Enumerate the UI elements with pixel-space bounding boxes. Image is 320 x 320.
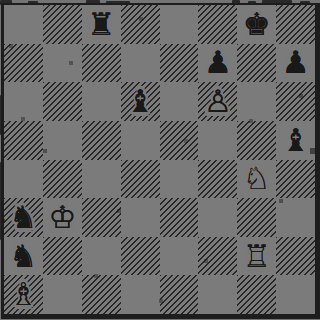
square-e7[interactable] xyxy=(160,44,199,83)
square-g3[interactable] xyxy=(237,198,276,237)
square-a7[interactable] xyxy=(4,44,43,83)
square-e6[interactable] xyxy=(160,82,199,121)
square-c8[interactable]: ♜♜ xyxy=(82,5,121,44)
square-h5[interactable]: ♝♝ xyxy=(276,121,315,160)
square-h1[interactable] xyxy=(276,275,315,314)
piece-halo: ♟ xyxy=(272,39,319,86)
square-b5[interactable] xyxy=(43,121,82,160)
scan-artifact xyxy=(0,162,3,240)
square-g7[interactable] xyxy=(237,44,276,83)
square-d5[interactable] xyxy=(121,121,160,160)
scan-artifact xyxy=(300,1,310,4)
square-d8[interactable] xyxy=(121,5,160,44)
square-d7[interactable] xyxy=(121,44,160,83)
square-g6[interactable] xyxy=(237,82,276,121)
white-king-icon: ♔ xyxy=(43,198,82,237)
square-c3[interactable] xyxy=(82,198,121,237)
square-e8[interactable] xyxy=(160,5,199,44)
square-b1[interactable] xyxy=(43,275,82,314)
black-knight-icon: ♞ xyxy=(4,237,43,276)
square-h4[interactable] xyxy=(276,160,315,199)
square-f5[interactable] xyxy=(198,121,237,160)
square-d6[interactable]: ♝♝ xyxy=(121,82,160,121)
chess-board: ♜♜♚♚♟♟♟♟♝♝♟♙♝♝♞♘♞♞♚♔♞♞♜♖♝♗ xyxy=(1,3,320,319)
scan-artifact xyxy=(106,1,130,4)
square-g5[interactable] xyxy=(237,121,276,160)
piece-halo: ♞ xyxy=(0,194,47,241)
square-g8[interactable]: ♚♚ xyxy=(237,5,276,44)
square-b6[interactable] xyxy=(43,82,82,121)
piece-halo: ♟ xyxy=(194,78,241,125)
black-rook-icon: ♜ xyxy=(82,5,121,44)
square-g2[interactable]: ♜♖ xyxy=(237,237,276,276)
scan-artifact xyxy=(28,1,38,4)
piece-halo: ♝ xyxy=(116,78,163,125)
piece-halo: ♜ xyxy=(233,233,280,280)
scan-artifact xyxy=(0,95,3,135)
square-a6[interactable] xyxy=(4,82,43,121)
scan-artifact xyxy=(232,0,240,4)
square-h2[interactable] xyxy=(276,237,315,276)
piece-halo: ♚ xyxy=(39,194,86,241)
square-e1[interactable] xyxy=(160,275,199,314)
square-b7[interactable] xyxy=(43,44,82,83)
square-c2[interactable] xyxy=(82,237,121,276)
piece-halo: ♝ xyxy=(0,271,47,318)
piece-halo: ♞ xyxy=(233,155,280,202)
scan-noise xyxy=(0,0,2,2)
square-c5[interactable] xyxy=(82,121,121,160)
square-b4[interactable] xyxy=(43,160,82,199)
black-bishop-icon: ♝ xyxy=(121,82,160,121)
square-a5[interactable] xyxy=(4,121,43,160)
piece-halo: ♝ xyxy=(272,117,319,164)
square-a1[interactable]: ♝♗ xyxy=(4,275,43,314)
square-c1[interactable] xyxy=(82,275,121,314)
piece-halo: ♜ xyxy=(77,1,124,48)
square-f1[interactable] xyxy=(198,275,237,314)
white-knight-icon: ♘ xyxy=(237,160,276,199)
square-f2[interactable] xyxy=(198,237,237,276)
scan-artifact xyxy=(248,1,256,4)
square-d1[interactable] xyxy=(121,275,160,314)
square-h3[interactable] xyxy=(276,198,315,237)
square-d2[interactable] xyxy=(121,237,160,276)
white-rook-icon: ♖ xyxy=(237,237,276,276)
square-a4[interactable] xyxy=(4,160,43,199)
black-pawn-icon: ♟ xyxy=(276,44,315,83)
piece-halo: ♞ xyxy=(0,233,47,280)
piece-halo: ♟ xyxy=(194,39,241,86)
square-a8[interactable] xyxy=(4,5,43,44)
square-c7[interactable] xyxy=(82,44,121,83)
square-f7[interactable]: ♟♟ xyxy=(198,44,237,83)
white-pawn-icon: ♙ xyxy=(198,82,237,121)
black-pawn-icon: ♟ xyxy=(198,44,237,83)
square-g1[interactable] xyxy=(237,275,276,314)
scanned-page-background: ♜♜♚♚♟♟♟♟♝♝♟♙♝♝♞♘♞♞♚♔♞♞♜♖♝♗ xyxy=(0,0,320,320)
square-d3[interactable] xyxy=(121,198,160,237)
square-e2[interactable] xyxy=(160,237,199,276)
square-g4[interactable]: ♞♘ xyxy=(237,160,276,199)
scan-artifact xyxy=(86,0,100,4)
square-f3[interactable] xyxy=(198,198,237,237)
square-e5[interactable] xyxy=(160,121,199,160)
black-knight-icon: ♞ xyxy=(4,198,43,237)
square-b8[interactable] xyxy=(43,5,82,44)
square-f8[interactable] xyxy=(198,5,237,44)
square-e3[interactable] xyxy=(160,198,199,237)
square-a2[interactable]: ♞♞ xyxy=(4,237,43,276)
black-king-icon: ♚ xyxy=(237,5,276,44)
square-c4[interactable] xyxy=(82,160,121,199)
square-f4[interactable] xyxy=(198,160,237,199)
square-h8[interactable] xyxy=(276,5,315,44)
scan-artifact xyxy=(262,0,292,4)
square-b3[interactable]: ♚♔ xyxy=(43,198,82,237)
square-b2[interactable] xyxy=(43,237,82,276)
piece-halo: ♚ xyxy=(233,1,280,48)
square-a3[interactable]: ♞♞ xyxy=(4,198,43,237)
white-bishop-icon: ♗ xyxy=(4,275,43,314)
square-f6[interactable]: ♟♙ xyxy=(198,82,237,121)
square-h7[interactable]: ♟♟ xyxy=(276,44,315,83)
square-e4[interactable] xyxy=(160,160,199,199)
black-bishop-icon: ♝ xyxy=(276,121,315,160)
square-d4[interactable] xyxy=(121,160,160,199)
square-c6[interactable] xyxy=(82,82,121,121)
square-h6[interactable] xyxy=(276,82,315,121)
